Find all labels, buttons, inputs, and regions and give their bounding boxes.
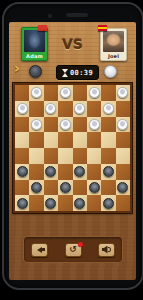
square-a8[interactable] <box>15 85 29 101</box>
white-checker[interactable] <box>89 119 100 130</box>
black-checker[interactable] <box>60 182 71 193</box>
white-checker[interactable] <box>103 103 114 114</box>
black-checker[interactable] <box>74 198 85 209</box>
square-f2[interactable] <box>87 180 101 196</box>
black-checker[interactable] <box>17 166 28 177</box>
square-d7[interactable] <box>58 101 72 117</box>
square-g5[interactable] <box>101 132 115 148</box>
black-checker[interactable] <box>89 182 100 193</box>
square-g8[interactable] <box>101 85 115 101</box>
background: Adam VS Joel › 00:39 <box>0 0 143 300</box>
sound-button[interactable] <box>98 243 115 257</box>
square-f5[interactable] <box>87 132 101 148</box>
square-f7[interactable] <box>87 101 101 117</box>
white-checker[interactable] <box>31 119 42 130</box>
undo-icon: ↺ <box>69 245 77 254</box>
square-c3[interactable] <box>44 164 58 180</box>
square-g4[interactable] <box>101 148 115 164</box>
square-e2[interactable] <box>73 180 87 196</box>
square-f6[interactable] <box>87 117 101 133</box>
square-d1[interactable] <box>58 195 72 211</box>
undo-badge <box>78 242 83 247</box>
expand-chevron-icon[interactable]: › <box>14 60 20 76</box>
player-left-flag-icon <box>38 25 47 31</box>
phone-frame: Adam VS Joel › 00:39 <box>2 2 143 290</box>
square-h6[interactable] <box>116 117 130 133</box>
board <box>15 85 130 211</box>
player-right-photo <box>103 31 124 52</box>
square-f8[interactable] <box>87 85 101 101</box>
black-checker[interactable] <box>17 198 28 209</box>
square-e1[interactable] <box>73 195 87 211</box>
white-checker[interactable] <box>31 87 42 98</box>
black-checker[interactable] <box>31 182 42 193</box>
square-d3[interactable] <box>58 164 72 180</box>
square-h3[interactable] <box>116 164 130 180</box>
square-b3[interactable] <box>29 164 43 180</box>
square-b2[interactable] <box>29 180 43 196</box>
square-c2[interactable] <box>44 180 58 196</box>
bottom-toolbar: ↺ <box>23 236 123 263</box>
square-e3[interactable] <box>73 164 87 180</box>
speaker-icon <box>102 246 112 254</box>
square-e4[interactable] <box>73 148 87 164</box>
square-g2[interactable] <box>101 180 115 196</box>
player-right-name: Joel <box>101 53 126 59</box>
black-checker[interactable] <box>74 166 85 177</box>
back-arrow-icon <box>37 247 42 253</box>
square-h8[interactable] <box>116 85 130 101</box>
white-checker[interactable] <box>60 87 71 98</box>
square-e6[interactable] <box>73 117 87 133</box>
square-c6[interactable] <box>44 117 58 133</box>
square-h4[interactable] <box>116 148 130 164</box>
square-f3[interactable] <box>87 164 101 180</box>
square-d4[interactable] <box>58 148 72 164</box>
square-d5[interactable] <box>58 132 72 148</box>
black-checker[interactable] <box>103 198 114 209</box>
square-a6[interactable] <box>15 117 29 133</box>
game-screen: Adam VS Joel › 00:39 <box>9 22 136 280</box>
black-checker[interactable] <box>45 166 56 177</box>
white-checker[interactable] <box>74 103 85 114</box>
square-a2[interactable] <box>15 180 29 196</box>
player-left-name: Adam <box>22 53 47 59</box>
square-g6[interactable] <box>101 117 115 133</box>
earpiece-speaker <box>66 13 88 17</box>
hourglass-icon <box>62 69 68 77</box>
white-checker[interactable] <box>117 87 128 98</box>
square-f4[interactable] <box>87 148 101 164</box>
square-h7[interactable] <box>116 101 130 117</box>
square-g3[interactable] <box>101 164 115 180</box>
square-g7[interactable] <box>101 101 115 117</box>
square-b6[interactable] <box>29 117 43 133</box>
square-e7[interactable] <box>73 101 87 117</box>
black-checker[interactable] <box>117 182 128 193</box>
square-b5[interactable] <box>29 132 43 148</box>
undo-button[interactable]: ↺ <box>65 243 82 257</box>
square-h2[interactable] <box>116 180 130 196</box>
square-c7[interactable] <box>44 101 58 117</box>
square-f1[interactable] <box>87 195 101 211</box>
square-h1[interactable] <box>116 195 130 211</box>
front-camera <box>48 14 52 18</box>
square-b7[interactable] <box>29 101 43 117</box>
square-d6[interactable] <box>58 117 72 133</box>
black-piece-indicator <box>29 65 42 78</box>
square-c5[interactable] <box>44 132 58 148</box>
square-d2[interactable] <box>58 180 72 196</box>
white-checker[interactable] <box>60 119 71 130</box>
white-checker[interactable] <box>45 103 56 114</box>
square-b4[interactable] <box>29 148 43 164</box>
back-button[interactable] <box>31 243 48 257</box>
square-a4[interactable] <box>15 148 29 164</box>
square-g1[interactable] <box>101 195 115 211</box>
square-a3[interactable] <box>15 164 29 180</box>
square-h5[interactable] <box>116 132 130 148</box>
square-a7[interactable] <box>15 101 29 117</box>
white-checker[interactable] <box>117 119 128 130</box>
square-b8[interactable] <box>29 85 43 101</box>
move-timer: 00:39 <box>56 65 99 80</box>
square-a5[interactable] <box>15 132 29 148</box>
square-c8[interactable] <box>44 85 58 101</box>
square-d8[interactable] <box>58 85 72 101</box>
square-c4[interactable] <box>44 148 58 164</box>
black-checker[interactable] <box>45 198 56 209</box>
player-right-flag-icon <box>98 25 107 31</box>
white-piece-indicator <box>104 65 117 78</box>
square-e5[interactable] <box>73 132 87 148</box>
square-c1[interactable] <box>44 195 58 211</box>
player-right-avatar[interactable]: Joel <box>100 28 127 61</box>
timer-value: 00:39 <box>70 69 93 77</box>
white-checker[interactable] <box>17 103 28 114</box>
square-b1[interactable] <box>29 195 43 211</box>
square-a1[interactable] <box>15 195 29 211</box>
black-checker[interactable] <box>103 166 114 177</box>
board-frame <box>13 83 132 213</box>
white-checker[interactable] <box>89 87 100 98</box>
square-e8[interactable] <box>73 85 87 101</box>
